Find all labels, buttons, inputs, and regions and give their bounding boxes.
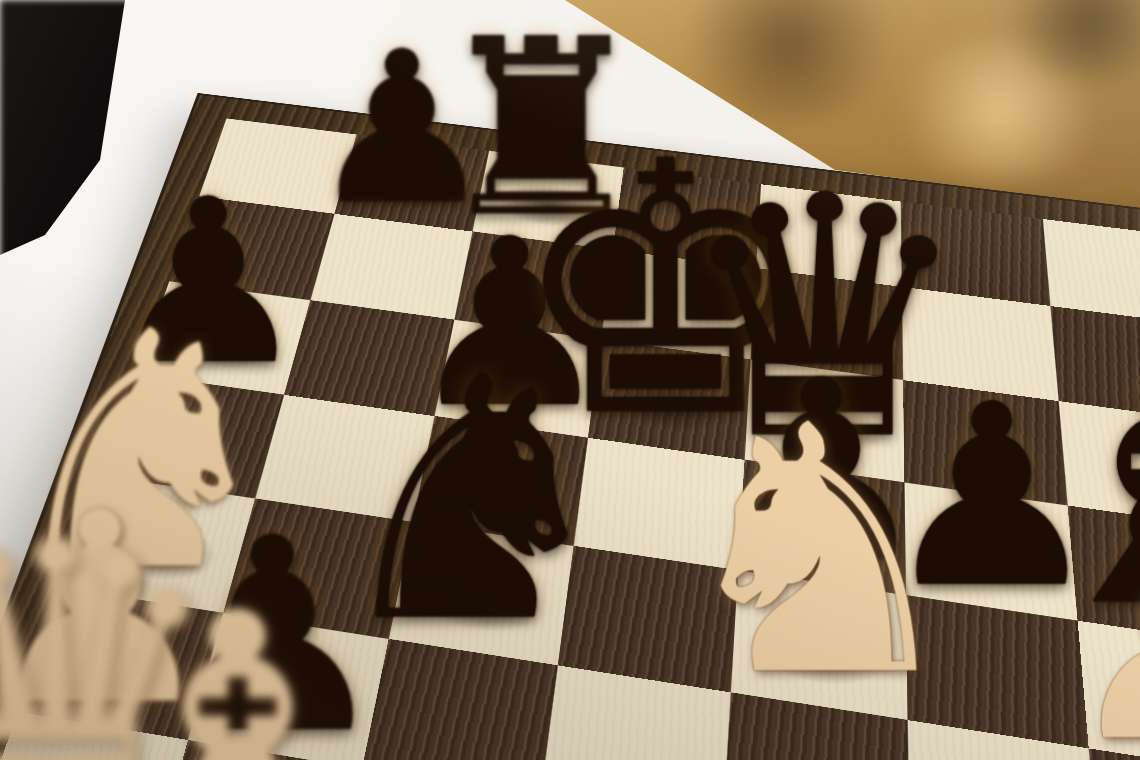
square-g4: ♟ [1078,621,1140,760]
square-b2: ♝ [149,740,362,760]
photo-scene: ♟♜♟♟♚♛♟♟♝♟♞♞♞♟♟♟♟♛♝ [0,0,1140,760]
square-e4: ♞ [731,570,908,720]
piece-white-bishop: ♝ [82,577,393,760]
piece-white-knight: ♞ [665,390,971,715]
chess-board: ♟♜♟♟♚♛♟♟♝♟♞♞♞♟♟♟♟♛♝ [0,95,1140,760]
piece-white-pawn: ♟ [1062,517,1140,760]
square-c4: ♞ [389,522,574,665]
